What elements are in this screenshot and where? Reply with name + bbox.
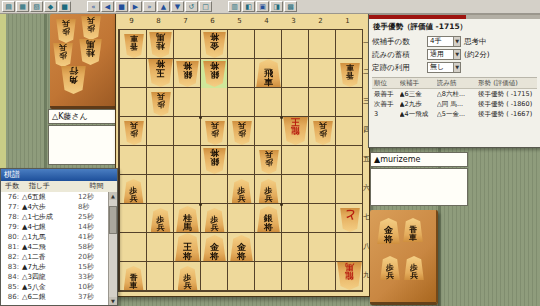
toolbar-button-icon[interactable]: ▶ bbox=[129, 1, 142, 12]
candidate-cell: 順位 bbox=[372, 78, 400, 88]
dropdown-value: 適用 bbox=[430, 50, 444, 59]
sente-captured-pieces-tray[interactable]: 金将香車歩兵歩兵 bbox=[370, 210, 438, 305]
toolbar-button-icon[interactable]: » bbox=[143, 1, 156, 12]
shogi-piece-香車[interactable]: 香車 bbox=[124, 266, 144, 290]
kifu-window: 棋譜 手数指し手時間 76:△6五銀12秒77:▲4六歩8秒78:△1七歩成25… bbox=[0, 168, 118, 306]
shogi-piece-歩兵[interactable]: 歩兵 bbox=[151, 208, 171, 232]
analysis-dropdown[interactable]: 適用▼ bbox=[427, 49, 461, 60]
shogi-piece-王将[interactable]: 王将 bbox=[175, 233, 200, 261]
file-label: 5 bbox=[226, 14, 253, 28]
candidate-table-header: 順位候補手読み筋形勢 (評価値) bbox=[372, 78, 537, 89]
shogi-piece-歩兵[interactable]: 歩兵 bbox=[205, 208, 225, 232]
move-list-row[interactable]: 76:△6五銀12秒 bbox=[1, 192, 108, 202]
move-list-row[interactable]: 84:△3四龍33秒 bbox=[1, 272, 108, 282]
move-cell: ▲5八金 bbox=[22, 282, 78, 292]
toolbar-button-icon[interactable]: ▤ bbox=[2, 1, 15, 12]
sente-player-name: ▲murizeme bbox=[370, 152, 468, 167]
shogi-piece-香車[interactable]: 香車 bbox=[124, 34, 144, 58]
shogi-piece-銀将[interactable]: 銀将 bbox=[203, 148, 226, 174]
shogi-piece-龍馬[interactable]: 龍馬 bbox=[337, 262, 362, 290]
move-cell: 25秒 bbox=[78, 212, 94, 222]
move-cell: △1二香 bbox=[22, 252, 78, 262]
shogi-piece-歩兵[interactable]: 歩兵 bbox=[151, 92, 171, 116]
chevron-down-icon[interactable]: ▼ bbox=[453, 37, 460, 46]
move-list[interactable]: 76:△6五銀12秒77:▲4六歩8秒78:△1七歩成25秒79:▲4七銀14秒… bbox=[1, 192, 108, 305]
candidate-moves-table[interactable]: 順位候補手読み筋形勢 (評価値)最善手▲6三金△8六桂...後手優勢 ( -17… bbox=[372, 77, 537, 119]
analysis-control-note: 思考中 bbox=[464, 37, 487, 47]
chevron-down-icon[interactable]: ▼ bbox=[453, 63, 460, 72]
move-cell: ▲4六歩 bbox=[22, 202, 78, 212]
candidate-cell: 3 bbox=[372, 109, 400, 119]
shogi-piece-歩兵[interactable]: 歩兵 bbox=[259, 150, 279, 174]
dropdown-value: 無し bbox=[430, 63, 444, 72]
shogi-piece-香車[interactable]: 香車 bbox=[340, 63, 360, 87]
move-cell: 79: bbox=[1, 222, 19, 232]
candidate-cell: ▲6三金 bbox=[400, 89, 437, 99]
move-cell: △6五銀 bbox=[22, 192, 78, 202]
toolbar-button-icon[interactable]: « bbox=[87, 1, 100, 12]
analysis-control-label: 読みの蓄積 bbox=[372, 50, 424, 60]
file-label: 7 bbox=[172, 14, 199, 28]
move-cell: 86: bbox=[1, 292, 19, 302]
shogi-piece-歩兵[interactable]: 歩兵 bbox=[205, 121, 225, 145]
move-cell: 20秒 bbox=[78, 252, 94, 262]
shogi-piece-歩兵[interactable]: 歩兵 bbox=[56, 19, 76, 43]
candidate-cell: 後手優勢 ( -1860) bbox=[478, 99, 537, 109]
move-cell: 8秒 bbox=[78, 202, 89, 212]
shogi-piece-歩兵[interactable]: 歩兵 bbox=[313, 121, 333, 145]
toolbar-button-icon[interactable]: ■ bbox=[115, 1, 128, 12]
candidate-cell: 読み筋 bbox=[437, 78, 478, 88]
hoshi-dot bbox=[280, 116, 283, 119]
move-cell: 41秒 bbox=[78, 232, 94, 242]
thinking-progress-track bbox=[369, 15, 540, 19]
shogi-piece-桂馬[interactable]: 桂馬 bbox=[176, 206, 199, 232]
shogi-board[interactable]: 987654321 一二三四五六七八九 香車桂馬金将玉将銀将銀将香車歩兵歩兵歩兵… bbox=[115, 13, 370, 297]
move-list-row[interactable]: 86:△6二銀37秒 bbox=[1, 292, 108, 302]
move-cell: ▲4二飛 bbox=[22, 242, 78, 252]
shogi-piece-玉将[interactable]: 玉将 bbox=[148, 59, 173, 87]
chevron-down-icon[interactable]: ▼ bbox=[453, 50, 460, 59]
gote-info-box bbox=[48, 125, 120, 165]
toolbar-button-icon[interactable]: ▥ bbox=[228, 1, 241, 12]
move-cell: 81: bbox=[1, 242, 19, 252]
analysis-dropdown[interactable]: 4手▼ bbox=[427, 36, 461, 47]
candidate-cell: 後手優勢 ( -1667) bbox=[478, 109, 537, 119]
file-label: 1 bbox=[334, 14, 361, 28]
candidate-cell: △5一金... bbox=[437, 109, 478, 119]
toolbar-button-icon[interactable]: ↺ bbox=[185, 1, 198, 12]
move-list-row[interactable]: 82:△1二香20秒 bbox=[1, 252, 108, 262]
move-cell: △1九馬 bbox=[22, 232, 78, 242]
move-cell: 76: bbox=[1, 192, 19, 202]
shogi-piece-歩兵[interactable]: 歩兵 bbox=[259, 179, 279, 203]
shogi-piece-香車[interactable]: 香車 bbox=[403, 218, 423, 242]
shogi-piece-歩兵[interactable]: 歩兵 bbox=[380, 256, 400, 280]
gote-captured-pieces-tray[interactable]: 歩兵歩兵歩兵桂馬角行 bbox=[50, 14, 118, 109]
move-cell: 10秒 bbox=[78, 282, 94, 292]
candidate-cell: 形勢 (評価値) bbox=[478, 78, 537, 88]
dropdown-value: 4手 bbox=[430, 37, 441, 46]
shogi-piece-歩兵[interactable]: 歩兵 bbox=[232, 121, 252, 145]
toolbar-button-icon[interactable]: ▼ bbox=[171, 1, 184, 12]
candidate-row[interactable]: 次善手▲2九歩△同 馬...後手優勢 ( -1860) bbox=[372, 99, 537, 109]
toolbar-button-icon[interactable]: ▧ bbox=[30, 1, 43, 12]
analysis-control-label: 候補手の数 bbox=[372, 37, 424, 47]
shogi-piece-銀将[interactable]: 銀将 bbox=[176, 61, 199, 87]
toolbar-button-icon[interactable]: ▣ bbox=[256, 1, 269, 12]
candidate-cell: ▲4一飛成 bbox=[400, 109, 437, 119]
shogi-piece-歩兵[interactable]: 歩兵 bbox=[232, 179, 252, 203]
kifu-column-header: 指し手 bbox=[25, 181, 86, 192]
board-grid[interactable]: 香車桂馬金将玉将銀将銀将香車歩兵歩兵歩兵歩兵龍王歩兵銀将歩兵と龍馬飛車歩兵歩兵歩… bbox=[118, 29, 363, 292]
file-label: 6 bbox=[199, 14, 226, 28]
candidate-cell: 後手優勢 ( -1715) bbox=[478, 89, 537, 99]
evaluation-judgement: 後手優勢（評価値 -1715） bbox=[373, 22, 537, 32]
shogi-piece-歩兵[interactable]: 歩兵 bbox=[404, 256, 424, 280]
scroll-down-icon[interactable]: ▼ bbox=[109, 297, 117, 305]
move-cell: 85: bbox=[1, 282, 19, 292]
scroll-up-icon[interactable]: ▲ bbox=[109, 192, 117, 200]
candidate-row[interactable]: 最善手▲6三金△8六桂...後手優勢 ( -1715) bbox=[372, 89, 537, 99]
shogi-piece-飛車[interactable]: 飛車 bbox=[256, 59, 281, 87]
shogi-piece-歩兵[interactable]: 歩兵 bbox=[124, 121, 144, 145]
shogi-piece-龍王[interactable]: 龍王 bbox=[283, 117, 308, 145]
toolbar-button-icon[interactable]: ▩ bbox=[284, 1, 297, 12]
toolbar-button-icon[interactable]: □ bbox=[199, 1, 212, 12]
hoshi-dot bbox=[199, 116, 202, 119]
toolbar: ▤▦▧◆■«◀■▶»▲▼↺□▥◧▣◨▩ bbox=[0, 0, 540, 14]
move-cell: 84: bbox=[1, 272, 19, 282]
shogi-piece-歩兵[interactable]: 歩兵 bbox=[124, 179, 144, 203]
file-label: 2 bbox=[307, 14, 334, 28]
analysis-window: 検討 後手優勢（評価値 -1715） 候補手の数4手▼思考中読みの蓄積適用▼(約… bbox=[368, 2, 540, 148]
move-list-row[interactable]: 77:▲4六歩8秒 bbox=[1, 202, 108, 212]
move-cell: 80: bbox=[1, 232, 19, 242]
move-cell: △6二銀 bbox=[22, 292, 78, 302]
shogi-piece-歩兵[interactable]: 歩兵 bbox=[81, 16, 101, 40]
candidate-cell: 最善手 bbox=[372, 89, 400, 99]
shogi-piece-桂馬[interactable]: 桂馬 bbox=[149, 32, 172, 58]
hoshi-dot bbox=[199, 203, 202, 206]
move-cell: ▲7九歩 bbox=[22, 262, 78, 272]
thinking-progress-fill bbox=[369, 15, 466, 19]
shogi-piece-金将[interactable]: 金将 bbox=[377, 218, 400, 244]
move-list-row[interactable]: 80:△1九馬41秒 bbox=[1, 232, 108, 242]
shogi-piece-金将[interactable]: 金将 bbox=[230, 235, 253, 261]
move-cell: 33秒 bbox=[78, 272, 94, 282]
shogi-piece-歩兵[interactable]: 歩兵 bbox=[53, 43, 73, 67]
toolbar-button-icon[interactable]: ▲ bbox=[157, 1, 170, 12]
kifu-column-header: 時間 bbox=[86, 181, 117, 192]
kifu-window-title: 棋譜 bbox=[1, 169, 117, 181]
shogi-piece-銀将[interactable]: 銀将 bbox=[257, 206, 280, 232]
move-cell: △3四龍 bbox=[22, 272, 78, 282]
shogi-piece-角行[interactable]: 角行 bbox=[61, 66, 86, 94]
toolbar-button-icon[interactable]: ◆ bbox=[44, 1, 57, 12]
move-cell: 14秒 bbox=[78, 222, 94, 232]
move-cell: 37秒 bbox=[78, 292, 94, 302]
move-cell: 77: bbox=[1, 202, 19, 212]
candidate-cell: △同 馬... bbox=[437, 99, 478, 109]
toolbar-button-icon[interactable]: ◨ bbox=[270, 1, 283, 12]
kifu-column-header: 手数 bbox=[1, 181, 25, 192]
candidate-cell: △8六桂... bbox=[437, 89, 478, 99]
move-list-row[interactable]: 81:▲4二飛58秒 bbox=[1, 242, 108, 252]
shogi-piece-銀将[interactable]: 銀将 bbox=[203, 61, 226, 87]
move-cell: 78: bbox=[1, 212, 19, 222]
analysis-control-label: 定跡の利用 bbox=[372, 63, 424, 73]
toolbar-button-icon[interactable]: ◀ bbox=[101, 1, 114, 12]
move-list-row[interactable]: 79:▲4七銀14秒 bbox=[1, 222, 108, 232]
file-labels: 987654321 bbox=[118, 14, 361, 28]
candidate-cell: 次善手 bbox=[372, 99, 400, 109]
move-cell: ▲4七銀 bbox=[22, 222, 78, 232]
move-cell: 12秒 bbox=[78, 192, 94, 202]
file-label: 4 bbox=[253, 14, 280, 28]
move-list-row[interactable]: 85:▲5八金10秒 bbox=[1, 282, 108, 292]
file-label: 8 bbox=[145, 14, 172, 28]
toolbar-button-icon[interactable]: ■ bbox=[58, 1, 71, 12]
move-list-row[interactable]: 83:▲7九歩15秒 bbox=[1, 262, 108, 272]
shogi-piece-金将[interactable]: 金将 bbox=[203, 235, 226, 261]
shogi-piece-桂馬[interactable]: 桂馬 bbox=[79, 39, 102, 65]
scrollbar-thumb[interactable] bbox=[109, 206, 117, 234]
sente-info-box bbox=[370, 168, 468, 206]
candidate-cell: ▲2九歩 bbox=[400, 99, 437, 109]
toolbar-button-icon[interactable]: ◧ bbox=[242, 1, 255, 12]
candidate-cell: 候補手 bbox=[400, 78, 437, 88]
file-label: 9 bbox=[118, 14, 145, 28]
shogi-piece-と[interactable]: と bbox=[340, 208, 360, 232]
kifu-scrollbar[interactable]: ▲ ▼ bbox=[108, 192, 117, 305]
move-list-row[interactable]: 78:△1七歩成25秒 bbox=[1, 212, 108, 222]
move-cell: 15秒 bbox=[78, 262, 94, 272]
candidate-row[interactable]: 3▲4一飛成△5一金...後手優勢 ( -1667) bbox=[372, 109, 537, 119]
hoshi-dot bbox=[280, 203, 283, 206]
move-cell: △1七歩成 bbox=[22, 212, 78, 222]
shogi-piece-金将[interactable]: 金将 bbox=[203, 32, 226, 58]
file-label: 3 bbox=[280, 14, 307, 28]
move-cell: 82: bbox=[1, 252, 19, 262]
toolbar-button-icon[interactable]: ▦ bbox=[16, 1, 29, 12]
move-cell: 83: bbox=[1, 262, 19, 272]
analysis-control-note: (約2分) bbox=[464, 50, 490, 60]
analysis-dropdown[interactable]: 無し▼ bbox=[427, 62, 461, 73]
gote-player-name: △K藤さん bbox=[48, 109, 120, 124]
shogi-piece-歩兵[interactable]: 歩兵 bbox=[178, 266, 198, 290]
move-cell: 58秒 bbox=[78, 242, 94, 252]
